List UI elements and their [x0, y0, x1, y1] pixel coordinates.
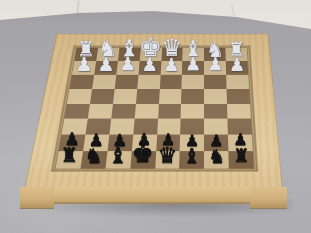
black-rook[interactable]: ♜	[60, 147, 78, 167]
black-bishop[interactable]: ♝	[183, 146, 201, 166]
square-r4c0[interactable]	[64, 104, 90, 119]
square-r3c5[interactable]	[181, 89, 204, 104]
square-r2c1[interactable]	[92, 75, 116, 89]
square-r4c5[interactable]	[181, 104, 204, 119]
square-r3c7[interactable]	[227, 89, 250, 104]
black-knight[interactable]: ♞	[208, 147, 225, 166]
board-front-edge	[20, 187, 286, 204]
board-foot-left	[20, 187, 54, 209]
white-pawn[interactable]: ♟	[163, 55, 179, 73]
square-r3c0[interactable]	[67, 89, 92, 104]
square-r2c4[interactable]	[159, 75, 182, 89]
square-r2c3[interactable]	[137, 75, 160, 89]
square-r4c7[interactable]	[227, 104, 251, 119]
black-bishop[interactable]: ♝	[109, 145, 128, 167]
square-r2c0[interactable]	[70, 75, 95, 89]
square-r4c4[interactable]	[158, 104, 182, 119]
white-pawn[interactable]: ♟	[207, 56, 223, 74]
white-pawn[interactable]: ♟	[185, 56, 201, 74]
square-r4c3[interactable]	[134, 104, 158, 119]
square-r2c6[interactable]	[204, 75, 226, 89]
square-r4c6[interactable]	[204, 104, 227, 119]
square-r3c1[interactable]	[90, 89, 115, 104]
black-queen[interactable]: ♛	[157, 145, 177, 167]
black-knight[interactable]: ♞	[85, 146, 103, 167]
white-pawn[interactable]: ♟	[229, 55, 245, 73]
black-rook[interactable]: ♜	[233, 148, 250, 166]
square-r4c2[interactable]	[111, 104, 136, 119]
white-pawn[interactable]: ♟	[141, 55, 157, 73]
white-pawn[interactable]: ♟	[119, 55, 136, 74]
square-r2c2[interactable]	[114, 75, 138, 89]
white-pawn[interactable]: ♟	[97, 54, 114, 73]
board-foot-right	[250, 187, 287, 209]
photo-scene: ♜♞♝♚♛♝♞♜♟♟♟♟♟♟♟♟♟♟♟♟♟♟♟♟♜♞♝♚♛♝♞♜	[0, 0, 311, 233]
square-r3c6[interactable]	[204, 89, 227, 104]
square-r4c1[interactable]	[88, 104, 113, 119]
square-r3c3[interactable]	[136, 89, 160, 104]
square-r2c5[interactable]	[182, 75, 204, 89]
square-r2c7[interactable]	[226, 75, 249, 89]
black-king[interactable]: ♚	[132, 143, 154, 167]
square-r3c4[interactable]	[159, 89, 182, 104]
square-r3c2[interactable]	[113, 89, 137, 104]
white-pawn[interactable]: ♟	[75, 54, 92, 73]
